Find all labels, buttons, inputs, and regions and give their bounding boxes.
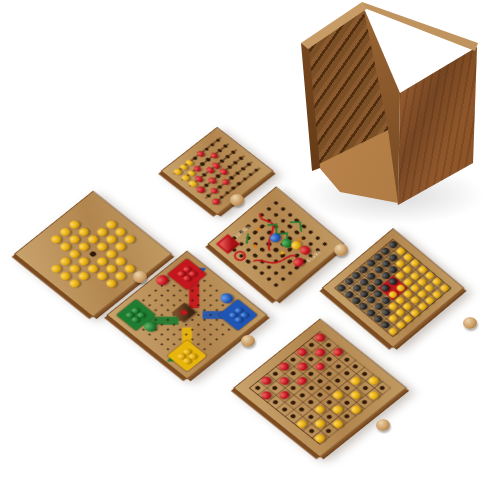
hole — [307, 399, 315, 405]
hole — [289, 385, 297, 391]
ladder-path — [242, 234, 253, 243]
hole — [343, 371, 351, 377]
dot-marker — [252, 244, 257, 248]
hole — [334, 378, 342, 384]
hole — [307, 342, 315, 348]
wooden-knob — [463, 317, 477, 329]
hole — [229, 176, 235, 180]
hole — [254, 385, 262, 391]
hole — [343, 399, 351, 405]
hole — [209, 143, 215, 147]
hole — [234, 171, 240, 175]
hole — [227, 165, 233, 169]
hole — [215, 174, 221, 178]
hole — [352, 363, 360, 369]
hole — [325, 385, 333, 391]
hole — [361, 385, 369, 391]
hole — [343, 356, 351, 362]
hole — [361, 399, 369, 405]
hole — [202, 173, 208, 177]
hole — [236, 182, 242, 186]
hole — [325, 399, 333, 405]
hole — [223, 144, 229, 148]
hole — [232, 161, 238, 165]
hole — [325, 414, 333, 420]
hole — [289, 371, 297, 377]
hole — [298, 406, 306, 412]
horse-race-grid — [171, 135, 263, 207]
snake-path — [243, 214, 286, 250]
hole — [343, 414, 351, 420]
hole — [242, 177, 248, 181]
wooden-knob — [334, 244, 348, 256]
hole — [215, 138, 221, 142]
reversi-grid — [334, 239, 451, 337]
hole — [289, 356, 297, 362]
dot-marker — [279, 251, 284, 255]
hole — [298, 392, 306, 398]
peg-yellow — [439, 283, 450, 292]
hole — [246, 162, 252, 166]
hole — [206, 158, 212, 162]
product-photo-scene: FINISH START — [0, 0, 500, 479]
hole — [89, 251, 97, 257]
hole — [280, 406, 288, 412]
hole — [200, 162, 206, 166]
hole — [204, 183, 210, 187]
hole — [206, 194, 212, 198]
hole — [231, 186, 237, 190]
hole — [379, 385, 387, 391]
hole — [248, 173, 254, 177]
hole — [192, 156, 198, 160]
hole — [231, 150, 237, 154]
hole — [217, 185, 223, 189]
hole — [219, 195, 225, 199]
hole — [307, 414, 315, 420]
hole — [289, 399, 297, 405]
hole — [225, 191, 231, 195]
wooden-knob — [376, 419, 390, 431]
hole — [219, 159, 225, 163]
hole — [204, 147, 210, 151]
hole — [316, 392, 324, 398]
hole — [217, 149, 223, 153]
die-pip — [180, 309, 189, 316]
wooden-knob — [133, 271, 147, 283]
hole — [307, 385, 315, 391]
hole — [361, 371, 369, 377]
dot-marker — [256, 227, 261, 231]
ladder-path — [290, 218, 305, 231]
hole — [316, 378, 324, 384]
wooden-knob — [230, 194, 244, 206]
storage-box — [295, 0, 490, 215]
checkers-grid — [248, 331, 391, 446]
hole — [307, 428, 315, 434]
hole — [325, 371, 333, 377]
hole — [271, 371, 279, 377]
hole — [271, 399, 279, 405]
hole — [271, 385, 279, 391]
hole — [325, 428, 333, 434]
hole — [238, 156, 244, 160]
hole — [325, 342, 333, 348]
wooden-knob — [241, 335, 255, 347]
hole — [325, 356, 333, 362]
hole — [254, 168, 260, 172]
hole — [240, 167, 246, 171]
hole — [343, 385, 351, 391]
hole — [225, 155, 231, 159]
hole — [334, 363, 342, 369]
hole — [307, 371, 315, 377]
hole — [307, 356, 315, 362]
hole — [289, 414, 297, 420]
